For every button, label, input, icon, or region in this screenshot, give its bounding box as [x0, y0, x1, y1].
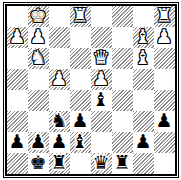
square-f6[interactable] — [112, 48, 133, 69]
square-h6[interactable] — [154, 48, 175, 69]
white-queen[interactable]: ♛ — [92, 48, 109, 67]
black-bishop[interactable]: ♝ — [92, 90, 109, 109]
black-pawn[interactable]: ♟ — [29, 132, 46, 151]
square-e5[interactable]: ♟ — [91, 69, 112, 90]
square-f2[interactable] — [112, 132, 133, 153]
white-pawn[interactable]: ♟ — [8, 27, 25, 46]
square-h7[interactable]: ♟ — [154, 27, 175, 48]
square-g7[interactable]: ♝ — [133, 27, 154, 48]
white-rook[interactable]: ♜ — [155, 6, 172, 25]
square-g1[interactable] — [133, 153, 154, 174]
square-h2[interactable] — [154, 132, 175, 153]
square-d5[interactable] — [70, 69, 91, 90]
board-outer-border: ♚♜♜♟♟♝♟♞♛♝♟♟♝♞♟♟♟♟♟♝♟♚♜♛♜ — [3, 2, 179, 178]
square-a7[interactable]: ♟ — [7, 27, 28, 48]
board-inner-border: ♚♜♜♟♟♝♟♞♛♝♟♟♝♞♟♟♟♟♟♝♟♚♜♛♜ — [5, 4, 177, 176]
square-b3[interactable] — [28, 111, 49, 132]
square-a5[interactable] — [7, 69, 28, 90]
square-e7[interactable] — [91, 27, 112, 48]
square-f3[interactable] — [112, 111, 133, 132]
square-d2[interactable]: ♝ — [70, 132, 91, 153]
square-h3[interactable]: ♟ — [154, 111, 175, 132]
square-c5[interactable]: ♟ — [49, 69, 70, 90]
square-b5[interactable] — [28, 69, 49, 90]
black-rook[interactable]: ♜ — [113, 153, 130, 172]
square-a4[interactable] — [7, 90, 28, 111]
square-f7[interactable] — [112, 27, 133, 48]
square-f1[interactable]: ♜ — [112, 153, 133, 174]
square-a1[interactable] — [7, 153, 28, 174]
white-pawn[interactable]: ♟ — [92, 69, 109, 88]
square-c8[interactable] — [49, 6, 70, 27]
square-a8[interactable] — [7, 6, 28, 27]
white-knight[interactable]: ♞ — [29, 48, 46, 67]
page: ♚♜♜♟♟♝♟♞♛♝♟♟♝♞♟♟♟♟♟♝♟♚♜♛♜ — [0, 0, 181, 180]
square-d8[interactable]: ♜ — [70, 6, 91, 27]
square-h1[interactable] — [154, 153, 175, 174]
black-king[interactable]: ♚ — [29, 153, 46, 172]
square-h5[interactable] — [154, 69, 175, 90]
square-b4[interactable] — [28, 90, 49, 111]
black-pawn[interactable]: ♟ — [50, 132, 67, 151]
white-pawn[interactable]: ♟ — [29, 27, 46, 46]
square-c2[interactable]: ♟ — [49, 132, 70, 153]
square-f5[interactable] — [112, 69, 133, 90]
square-a3[interactable] — [7, 111, 28, 132]
black-knight[interactable]: ♞ — [50, 111, 67, 130]
square-c3[interactable]: ♞ — [49, 111, 70, 132]
black-pawn[interactable]: ♟ — [8, 132, 25, 151]
white-pawn[interactable]: ♟ — [50, 69, 67, 88]
square-g6[interactable]: ♝ — [133, 48, 154, 69]
square-f8[interactable] — [112, 6, 133, 27]
black-pawn[interactable]: ♟ — [134, 132, 151, 151]
white-bishop[interactable]: ♝ — [134, 48, 151, 67]
square-c1[interactable]: ♜ — [49, 153, 70, 174]
square-d3[interactable]: ♟ — [70, 111, 91, 132]
white-king[interactable]: ♚ — [29, 6, 46, 25]
white-bishop[interactable]: ♝ — [134, 27, 151, 46]
square-h8[interactable]: ♜ — [154, 6, 175, 27]
square-h4[interactable] — [154, 90, 175, 111]
square-c6[interactable] — [49, 48, 70, 69]
square-b2[interactable]: ♟ — [28, 132, 49, 153]
black-bishop[interactable]: ♝ — [71, 132, 88, 151]
black-pawn[interactable]: ♟ — [155, 111, 172, 130]
square-e3[interactable] — [91, 111, 112, 132]
square-e1[interactable]: ♛ — [91, 153, 112, 174]
square-b8[interactable]: ♚ — [28, 6, 49, 27]
square-d6[interactable] — [70, 48, 91, 69]
square-a6[interactable] — [7, 48, 28, 69]
square-d1[interactable] — [70, 153, 91, 174]
square-b6[interactable]: ♞ — [28, 48, 49, 69]
square-d7[interactable] — [70, 27, 91, 48]
square-e6[interactable]: ♛ — [91, 48, 112, 69]
square-e8[interactable] — [91, 6, 112, 27]
white-rook[interactable]: ♜ — [71, 6, 88, 25]
square-f4[interactable] — [112, 90, 133, 111]
black-rook[interactable]: ♜ — [50, 153, 67, 172]
square-g5[interactable] — [133, 69, 154, 90]
square-b1[interactable]: ♚ — [28, 153, 49, 174]
black-pawn[interactable]: ♟ — [71, 111, 88, 130]
square-c4[interactable] — [49, 90, 70, 111]
square-a2[interactable]: ♟ — [7, 132, 28, 153]
square-g3[interactable] — [133, 111, 154, 132]
white-pawn[interactable]: ♟ — [155, 27, 172, 46]
square-g8[interactable] — [133, 6, 154, 27]
square-d4[interactable] — [70, 90, 91, 111]
square-b7[interactable]: ♟ — [28, 27, 49, 48]
square-g4[interactable] — [133, 90, 154, 111]
black-queen[interactable]: ♛ — [92, 153, 109, 172]
square-g2[interactable]: ♟ — [133, 132, 154, 153]
chess-board: ♚♜♜♟♟♝♟♞♛♝♟♟♝♞♟♟♟♟♟♝♟♚♜♛♜ — [7, 6, 175, 174]
square-e4[interactable]: ♝ — [91, 90, 112, 111]
square-e2[interactable] — [91, 132, 112, 153]
square-c7[interactable] — [49, 27, 70, 48]
